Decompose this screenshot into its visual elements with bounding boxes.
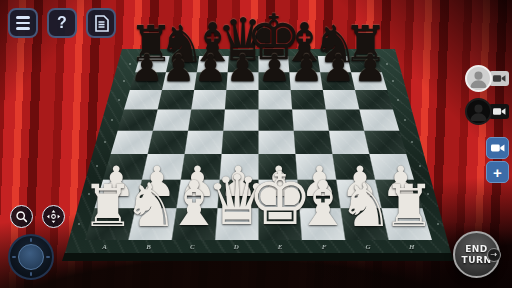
menu-button[interactable]: [8, 8, 38, 38]
file-label-g: G: [365, 243, 371, 251]
rank-marker: [437, 223, 439, 225]
help-icon: ?: [57, 14, 67, 32]
piece-black-pawn[interactable]: ♟: [322, 50, 356, 87]
rank-marker: [411, 141, 413, 143]
magnifier-icon: [15, 210, 28, 223]
toolbar: ?: [8, 8, 116, 38]
file-label-b: B: [146, 243, 151, 251]
opponent-camera-badge[interactable]: [489, 71, 509, 86]
square-h5[interactable]: [359, 109, 399, 130]
square-f4[interactable]: [294, 131, 333, 154]
square-c4[interactable]: [185, 131, 224, 154]
piece-black-pawn[interactable]: ♟: [194, 50, 228, 87]
rank-marker: [397, 99, 399, 101]
end-turn-arrow-icon: →: [487, 248, 501, 262]
video-camera-icon: [493, 74, 506, 83]
person-icon: [467, 100, 490, 123]
help-button[interactable]: ?: [47, 8, 77, 38]
file-label-e: E: [278, 243, 283, 251]
square-e6[interactable]: [258, 90, 292, 109]
rank-marker: [118, 99, 120, 101]
square-a6[interactable]: [124, 90, 162, 109]
player-camera-badge[interactable]: [489, 104, 509, 119]
piece-black-pawn[interactable]: ♟: [226, 50, 260, 87]
joystick-tick: [12, 256, 16, 258]
file-label-c: C: [190, 243, 195, 251]
chess-board: ABCDEFGH♜♞♝♛♚♝♞♜♟♟♟♟♟♟♟♟♟♟♟♟♟♟♟♟♜♞♝♛♚♝♞♜: [0, 0, 512, 288]
square-d4[interactable]: [222, 131, 259, 154]
document-icon: [94, 15, 109, 32]
file-label-f: F: [322, 243, 327, 251]
square-b6[interactable]: [158, 90, 195, 109]
square-h4[interactable]: [364, 131, 406, 154]
square-g5[interactable]: [326, 109, 364, 130]
square-d6[interactable]: [225, 90, 259, 109]
file-label-d: D: [234, 243, 240, 251]
document-button[interactable]: [86, 8, 116, 38]
rank-marker: [392, 80, 394, 82]
square-g4[interactable]: [329, 131, 369, 154]
square-f5[interactable]: [292, 109, 329, 130]
end-turn-button[interactable]: END TURN →: [453, 231, 500, 278]
rank-marker: [404, 119, 406, 121]
camera-joystick[interactable]: [8, 234, 54, 280]
square-h6[interactable]: [355, 90, 393, 109]
video-camera-icon: [493, 107, 506, 116]
video-camera-button[interactable]: [486, 137, 509, 159]
piece-white-rook[interactable]: ♜: [383, 177, 435, 235]
file-label-h: H: [409, 243, 415, 251]
square-f6[interactable]: [291, 90, 326, 109]
square-e5[interactable]: [258, 109, 293, 130]
joystick-tick: [30, 272, 32, 276]
opponent-avatar[interactable]: [465, 65, 492, 92]
square-b5[interactable]: [153, 109, 191, 130]
orbit-arrows-icon: [46, 209, 61, 224]
piece-black-pawn[interactable]: ♟: [162, 50, 196, 87]
game-scene: ABCDEFGH♜♞♝♛♚♝♞♜♟♟♟♟♟♟♟♟♟♟♟♟♟♟♟♟♜♞♝♛♚♝♞♜…: [0, 0, 512, 288]
piece-black-pawn[interactable]: ♟: [290, 50, 324, 87]
square-c5[interactable]: [188, 109, 225, 130]
file-label-a: A: [102, 243, 107, 251]
plus-icon: +: [493, 165, 502, 180]
square-a5[interactable]: [118, 109, 158, 130]
rank-marker: [78, 223, 80, 225]
square-a4[interactable]: [111, 131, 153, 154]
zoom-button[interactable]: [10, 205, 33, 228]
piece-black-pawn[interactable]: ♟: [354, 50, 388, 87]
add-button[interactable]: +: [486, 161, 509, 183]
square-g6[interactable]: [323, 90, 360, 109]
joystick-tick: [46, 256, 50, 258]
rank-marker: [104, 141, 106, 143]
menu-icon: [16, 16, 30, 30]
joystick-knob[interactable]: [18, 244, 44, 270]
square-b4[interactable]: [148, 131, 188, 154]
player-avatar[interactable]: [465, 98, 492, 125]
rank-marker: [111, 119, 113, 121]
square-d5[interactable]: [223, 109, 258, 130]
person-icon: [467, 67, 490, 90]
piece-black-pawn[interactable]: ♟: [258, 50, 292, 87]
square-c6[interactable]: [191, 90, 226, 109]
rotate-view-button[interactable]: [42, 205, 65, 228]
square-e4[interactable]: [258, 131, 295, 154]
video-camera-icon: [491, 143, 505, 153]
piece-black-pawn[interactable]: ♟: [130, 50, 164, 87]
end-turn-label-line1: END: [465, 244, 488, 255]
joystick-tick: [30, 238, 32, 242]
rank-marker: [123, 80, 125, 82]
